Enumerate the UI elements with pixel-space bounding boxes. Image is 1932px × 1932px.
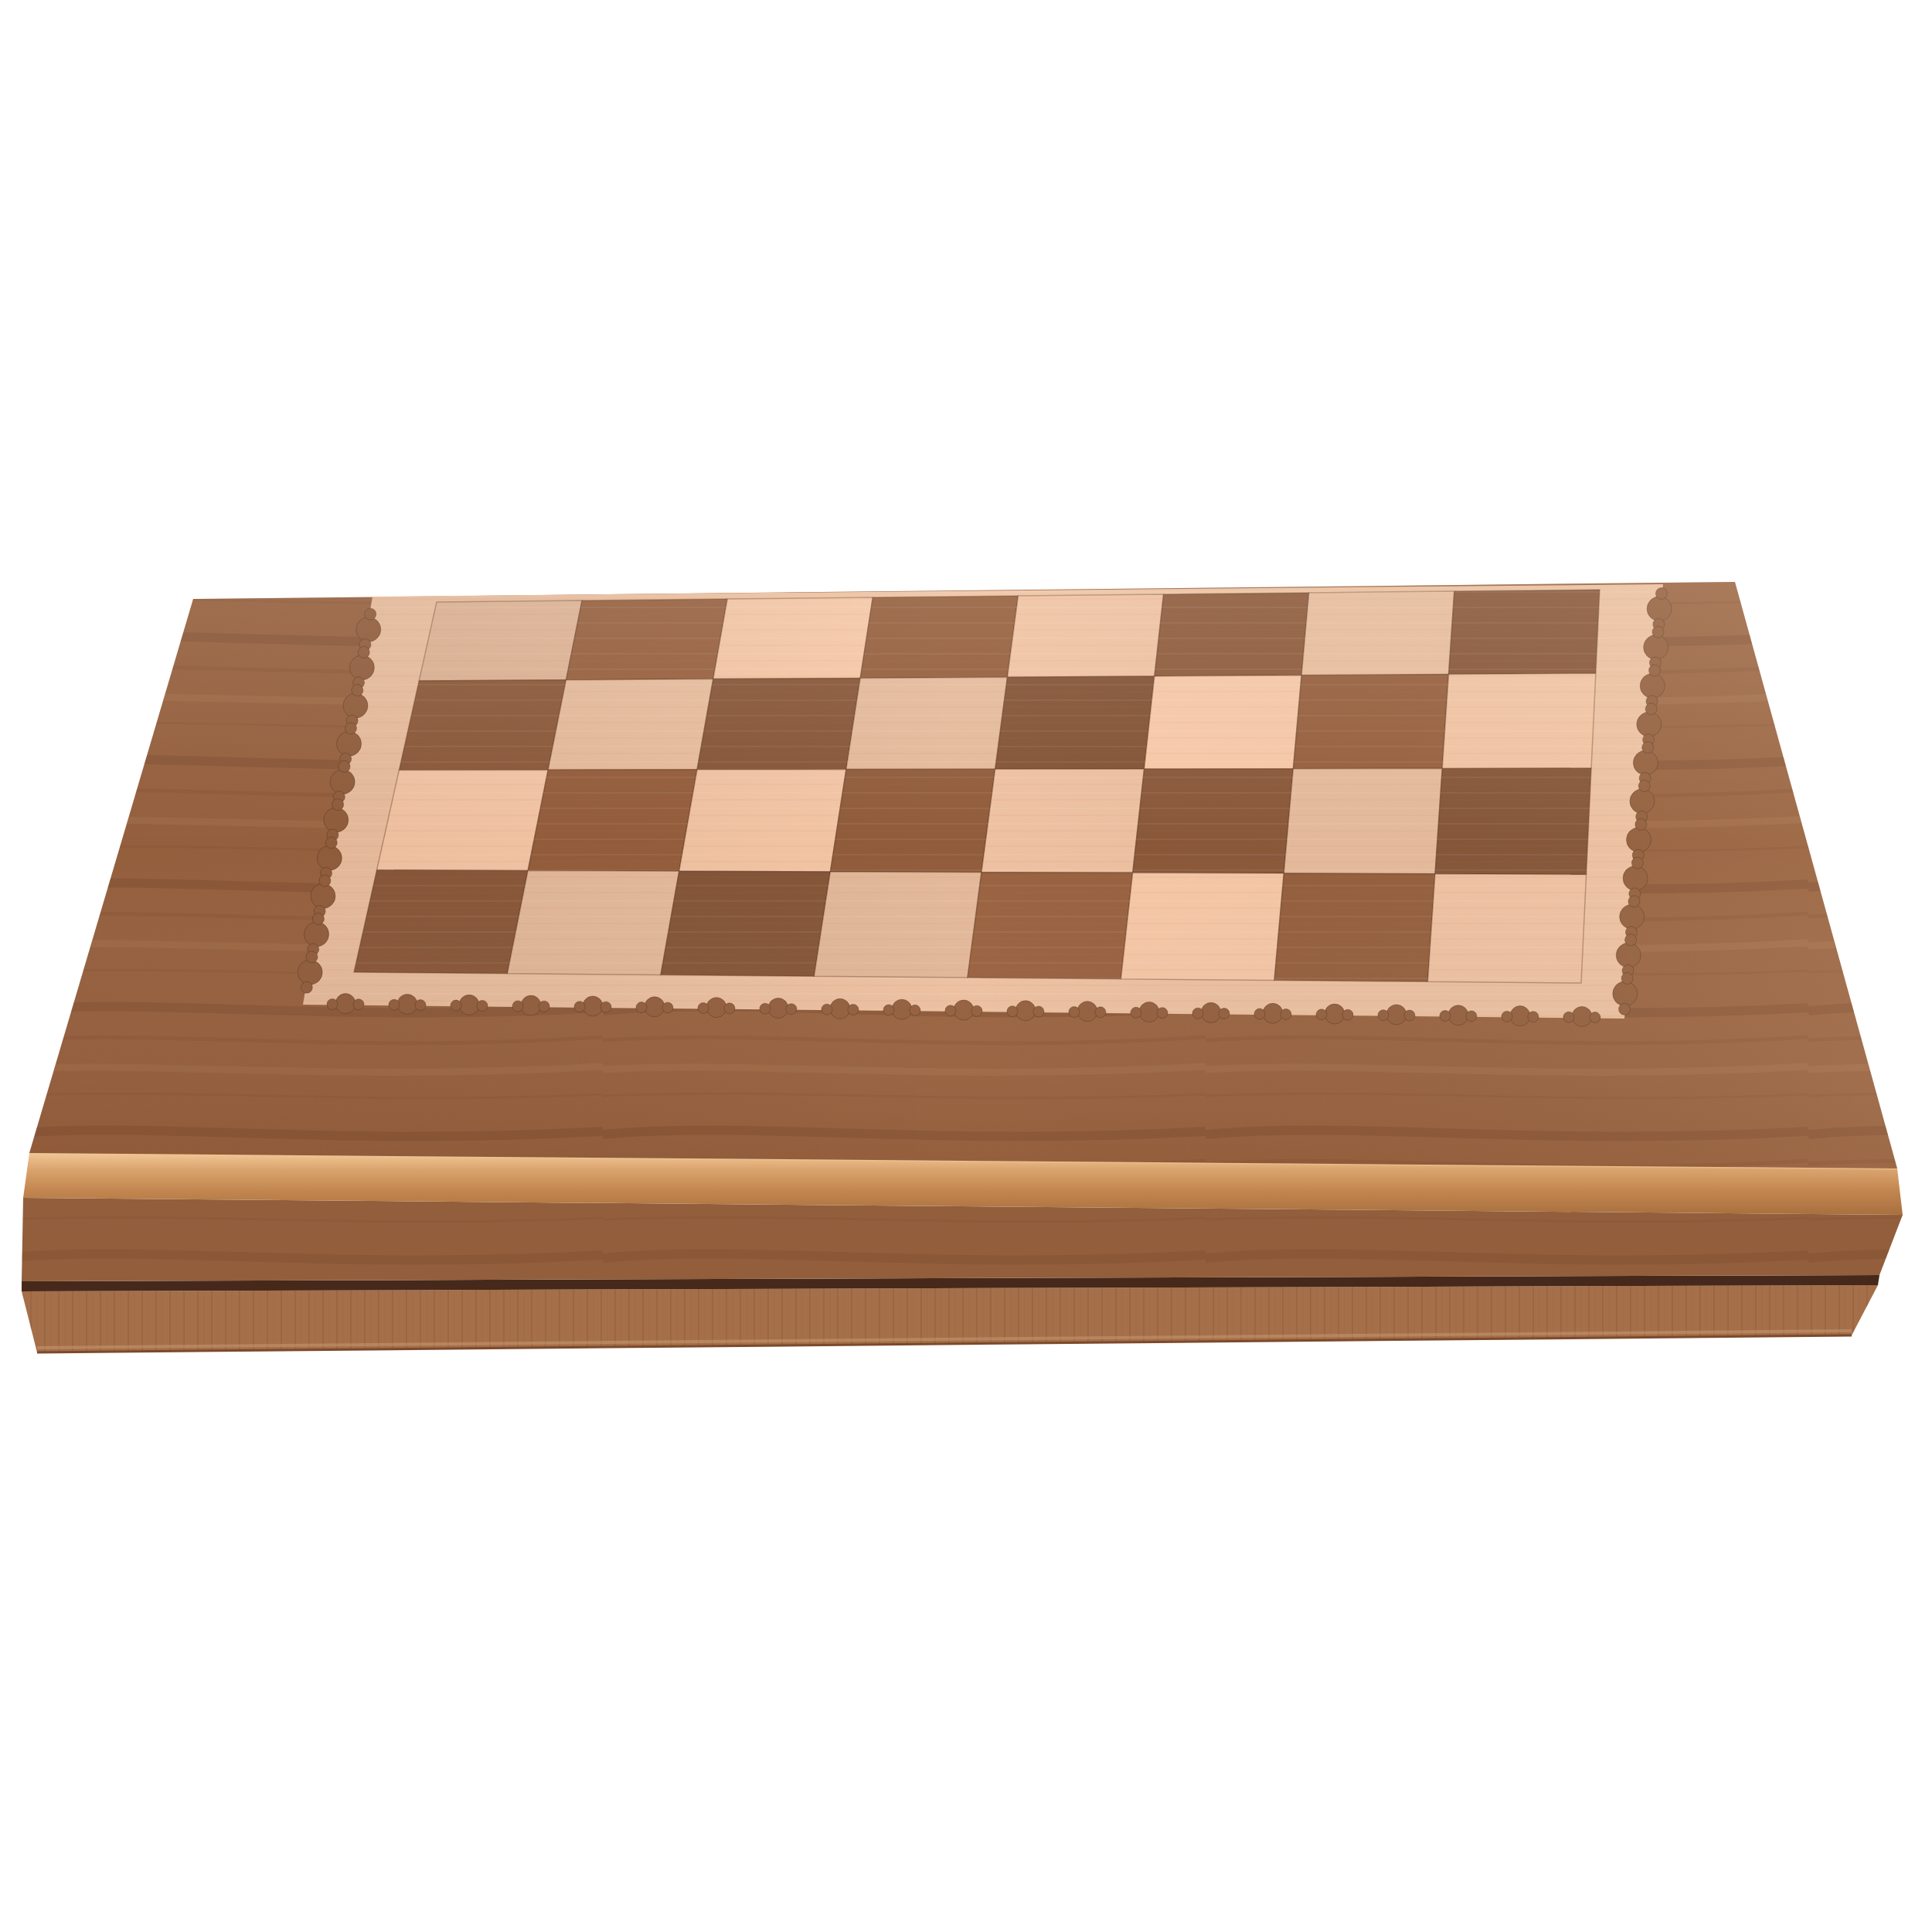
product-photo	[0, 0, 1932, 1932]
chess-box-svg	[0, 0, 1932, 1932]
top-face-tint	[29, 582, 1897, 1168]
